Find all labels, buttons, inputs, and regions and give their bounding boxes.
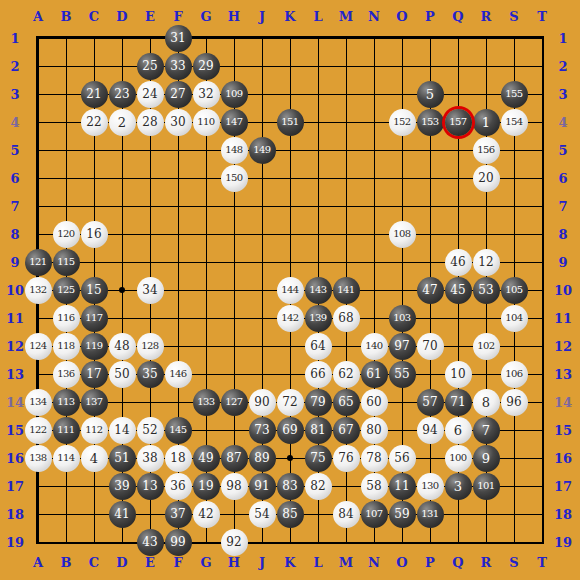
stone-L11-move-139: 139 bbox=[305, 305, 332, 332]
stone-G17-move-19: 19 bbox=[193, 473, 220, 500]
move-number: 144 bbox=[281, 285, 298, 295]
stone-A12-move-124: 124 bbox=[25, 333, 52, 360]
col-label-top-M: M bbox=[339, 9, 353, 24]
stone-H19-move-92: 92 bbox=[221, 529, 248, 556]
row-label-left-9: 9 bbox=[10, 255, 19, 270]
stone-H4-move-147: 147 bbox=[221, 109, 248, 136]
move-number: 85 bbox=[282, 508, 297, 520]
stone-H16-move-87: 87 bbox=[221, 445, 248, 472]
stone-N18-move-107: 107 bbox=[361, 501, 388, 528]
row-label-right-3: 3 bbox=[558, 87, 567, 102]
row-label-left-1: 1 bbox=[10, 31, 19, 46]
stone-P18-move-131: 131 bbox=[417, 501, 444, 528]
move-number: 49 bbox=[198, 452, 213, 464]
stone-G14-move-133: 133 bbox=[193, 389, 220, 416]
move-number: 47 bbox=[422, 284, 437, 296]
stone-P15-move-94: 94 bbox=[417, 417, 444, 444]
stone-A14-move-134: 134 bbox=[25, 389, 52, 416]
row-label-left-3: 3 bbox=[10, 87, 19, 102]
move-number: 151 bbox=[281, 117, 298, 127]
stone-N14-move-60: 60 bbox=[361, 389, 388, 416]
move-number: 16 bbox=[86, 228, 101, 240]
stone-G3-move-32: 32 bbox=[193, 81, 220, 108]
row-label-right-8: 8 bbox=[558, 227, 567, 242]
move-number: 109 bbox=[225, 89, 242, 99]
move-number: 153 bbox=[421, 117, 438, 127]
stone-L17-move-82: 82 bbox=[305, 473, 332, 500]
move-number: 98 bbox=[226, 480, 241, 492]
stone-H3-move-109: 109 bbox=[221, 81, 248, 108]
move-number: 20 bbox=[478, 172, 493, 184]
stone-F19-move-99: 99 bbox=[165, 529, 192, 556]
stone-Q16-move-100: 100 bbox=[445, 445, 472, 472]
go-board-diagram: 1234567891011121314151617181920212223242… bbox=[0, 0, 580, 580]
row-label-left-19: 19 bbox=[6, 535, 24, 550]
stone-O8-move-108: 108 bbox=[389, 221, 416, 248]
row-label-left-6: 6 bbox=[10, 171, 19, 186]
col-label-top-K: K bbox=[284, 9, 295, 24]
stone-R5-move-156: 156 bbox=[473, 137, 500, 164]
row-label-left-7: 7 bbox=[10, 199, 19, 214]
row-label-left-13: 13 bbox=[6, 367, 24, 382]
move-number: 106 bbox=[505, 369, 522, 379]
stone-O11-move-103: 103 bbox=[389, 305, 416, 332]
stone-L12-move-64: 64 bbox=[305, 333, 332, 360]
stone-J15-move-73: 73 bbox=[249, 417, 276, 444]
col-label-bottom-H: H bbox=[228, 555, 240, 570]
move-number: 24 bbox=[142, 88, 157, 100]
stone-H14-move-127: 127 bbox=[221, 389, 248, 416]
move-number: 70 bbox=[422, 340, 437, 352]
move-number: 132 bbox=[29, 285, 46, 295]
stone-G2-move-29: 29 bbox=[193, 53, 220, 80]
col-label-top-A: A bbox=[33, 9, 43, 24]
stone-H6-move-150: 150 bbox=[221, 165, 248, 192]
move-number: 66 bbox=[310, 368, 325, 380]
row-label-right-19: 19 bbox=[554, 535, 572, 550]
row-label-left-2: 2 bbox=[10, 59, 19, 74]
stone-C11-move-117: 117 bbox=[81, 305, 108, 332]
stone-G18-move-42: 42 bbox=[193, 501, 220, 528]
move-number: 157 bbox=[449, 117, 466, 127]
stone-S4-move-154: 154 bbox=[501, 109, 528, 136]
stone-F18-move-37: 37 bbox=[165, 501, 192, 528]
move-number: 148 bbox=[225, 145, 242, 155]
move-number: 150 bbox=[225, 173, 242, 183]
move-number: 137 bbox=[85, 397, 102, 407]
col-label-top-F: F bbox=[173, 9, 182, 24]
move-number: 9 bbox=[482, 452, 490, 465]
move-number: 76 bbox=[338, 452, 353, 464]
stone-Q14-move-71: 71 bbox=[445, 389, 472, 416]
stone-N16-move-78: 78 bbox=[361, 445, 388, 472]
stone-D15-move-14: 14 bbox=[109, 417, 136, 444]
move-number: 22 bbox=[86, 116, 101, 128]
col-label-bottom-M: M bbox=[339, 555, 353, 570]
stone-Q4-move-157: 157 bbox=[445, 109, 472, 136]
move-number: 125 bbox=[57, 285, 74, 295]
stone-K10-move-144: 144 bbox=[277, 277, 304, 304]
col-label-bottom-Q: Q bbox=[452, 555, 463, 570]
stone-B13-move-136: 136 bbox=[53, 361, 80, 388]
move-number: 105 bbox=[505, 285, 522, 295]
move-number: 32 bbox=[198, 88, 213, 100]
stone-P12-move-70: 70 bbox=[417, 333, 444, 360]
move-number: 142 bbox=[281, 313, 298, 323]
col-label-bottom-A: A bbox=[33, 555, 43, 570]
stone-Q17-move-3: 3 bbox=[445, 473, 472, 500]
row-label-right-11: 11 bbox=[554, 311, 572, 326]
stone-D4-move-2: 2 bbox=[109, 109, 136, 136]
move-number: 82 bbox=[310, 480, 325, 492]
col-label-top-B: B bbox=[61, 9, 72, 24]
stone-O16-move-56: 56 bbox=[389, 445, 416, 472]
col-label-top-N: N bbox=[368, 9, 380, 24]
move-number: 103 bbox=[393, 313, 410, 323]
stone-M16-move-76: 76 bbox=[333, 445, 360, 472]
stone-E12-move-128: 128 bbox=[137, 333, 164, 360]
stone-F17-move-36: 36 bbox=[165, 473, 192, 500]
move-number: 14 bbox=[114, 424, 129, 436]
stone-A15-move-122: 122 bbox=[25, 417, 52, 444]
row-label-left-17: 17 bbox=[6, 479, 24, 494]
stone-R12-move-102: 102 bbox=[473, 333, 500, 360]
stone-L15-move-81: 81 bbox=[305, 417, 332, 444]
stone-M10-move-141: 141 bbox=[333, 277, 360, 304]
move-number: 112 bbox=[85, 425, 102, 435]
stone-K14-move-72: 72 bbox=[277, 389, 304, 416]
stone-N13-move-61: 61 bbox=[361, 361, 388, 388]
row-label-right-16: 16 bbox=[554, 451, 572, 466]
stone-R6-move-20: 20 bbox=[473, 165, 500, 192]
move-number: 94 bbox=[422, 424, 437, 436]
stone-D17-move-39: 39 bbox=[109, 473, 136, 500]
stone-G16-move-49: 49 bbox=[193, 445, 220, 472]
stone-E4-move-28: 28 bbox=[137, 109, 164, 136]
move-number: 73 bbox=[254, 424, 269, 436]
move-number: 134 bbox=[29, 397, 46, 407]
stone-M13-move-62: 62 bbox=[333, 361, 360, 388]
row-label-right-5: 5 bbox=[558, 143, 567, 158]
col-label-bottom-P: P bbox=[425, 555, 435, 570]
stone-E3-move-24: 24 bbox=[137, 81, 164, 108]
go-board[interactable]: 1234567891011121314151617181920212223242… bbox=[24, 24, 556, 556]
stone-A10-move-132: 132 bbox=[25, 277, 52, 304]
move-number: 31 bbox=[170, 32, 185, 44]
move-number: 156 bbox=[477, 145, 494, 155]
move-number: 65 bbox=[338, 396, 353, 408]
move-number: 99 bbox=[170, 536, 185, 548]
col-label-top-S: S bbox=[509, 9, 518, 24]
col-label-bottom-S: S bbox=[509, 555, 518, 570]
row-label-right-14: 14 bbox=[554, 395, 572, 410]
move-number: 37 bbox=[170, 508, 185, 520]
stone-S3-move-155: 155 bbox=[501, 81, 528, 108]
stone-B14-move-113: 113 bbox=[53, 389, 80, 416]
row-label-right-2: 2 bbox=[558, 59, 567, 74]
move-number: 48 bbox=[114, 340, 129, 352]
col-label-top-L: L bbox=[313, 9, 322, 24]
row-label-right-7: 7 bbox=[558, 199, 567, 214]
move-number: 39 bbox=[114, 480, 129, 492]
stone-B15-move-111: 111 bbox=[53, 417, 80, 444]
move-number: 2 bbox=[118, 116, 126, 129]
stone-B9-move-115: 115 bbox=[53, 249, 80, 276]
col-label-bottom-D: D bbox=[116, 555, 127, 570]
col-label-top-J: J bbox=[259, 9, 265, 24]
move-number: 120 bbox=[57, 229, 74, 239]
stone-F2-move-33: 33 bbox=[165, 53, 192, 80]
move-number: 127 bbox=[225, 397, 242, 407]
stone-F1-move-31: 31 bbox=[165, 25, 192, 52]
move-number: 136 bbox=[57, 369, 74, 379]
move-number: 155 bbox=[505, 89, 522, 99]
move-number: 56 bbox=[394, 452, 409, 464]
col-label-top-Q: Q bbox=[452, 9, 463, 24]
move-number: 139 bbox=[309, 313, 326, 323]
move-number: 149 bbox=[253, 145, 270, 155]
row-label-left-10: 10 bbox=[6, 283, 24, 298]
move-number: 68 bbox=[338, 312, 353, 324]
move-number: 83 bbox=[282, 480, 297, 492]
stone-E17-move-13: 13 bbox=[137, 473, 164, 500]
move-number: 92 bbox=[226, 536, 241, 548]
stone-E16-move-38: 38 bbox=[137, 445, 164, 472]
row-label-left-4: 4 bbox=[10, 115, 19, 130]
move-number: 41 bbox=[114, 508, 129, 520]
move-number: 124 bbox=[29, 341, 46, 351]
stone-S11-move-104: 104 bbox=[501, 305, 528, 332]
move-number: 38 bbox=[142, 452, 157, 464]
stone-K11-move-142: 142 bbox=[277, 305, 304, 332]
stone-E10-move-34: 34 bbox=[137, 277, 164, 304]
move-number: 17 bbox=[86, 368, 101, 380]
col-label-top-C: C bbox=[89, 9, 99, 24]
stone-C10-move-15: 15 bbox=[81, 277, 108, 304]
stone-P10-move-47: 47 bbox=[417, 277, 444, 304]
move-number: 115 bbox=[57, 257, 74, 267]
row-label-left-14: 14 bbox=[6, 395, 24, 410]
stone-B12-move-118: 118 bbox=[53, 333, 80, 360]
stone-B11-move-116: 116 bbox=[53, 305, 80, 332]
move-number: 128 bbox=[141, 341, 158, 351]
col-label-bottom-R: R bbox=[481, 555, 492, 570]
move-number: 114 bbox=[57, 453, 74, 463]
move-number: 80 bbox=[366, 424, 381, 436]
stone-R16-move-9: 9 bbox=[473, 445, 500, 472]
move-number: 122 bbox=[29, 425, 46, 435]
row-label-left-18: 18 bbox=[6, 507, 24, 522]
stone-E15-move-52: 52 bbox=[137, 417, 164, 444]
stone-K17-move-83: 83 bbox=[277, 473, 304, 500]
move-number: 45 bbox=[450, 284, 465, 296]
move-number: 12 bbox=[478, 256, 493, 268]
row-label-right-9: 9 bbox=[558, 255, 567, 270]
stone-E19-move-43: 43 bbox=[137, 529, 164, 556]
move-number: 131 bbox=[421, 509, 438, 519]
stone-S13-move-106: 106 bbox=[501, 361, 528, 388]
move-number: 75 bbox=[310, 452, 325, 464]
move-number: 55 bbox=[394, 368, 409, 380]
move-number: 4 bbox=[90, 452, 98, 465]
move-number: 8 bbox=[482, 396, 490, 409]
stone-J14-move-90: 90 bbox=[249, 389, 276, 416]
move-number: 97 bbox=[394, 340, 409, 352]
row-label-right-10: 10 bbox=[554, 283, 572, 298]
stone-Q9-move-46: 46 bbox=[445, 249, 472, 276]
col-label-bottom-T: T bbox=[537, 555, 547, 570]
move-number: 84 bbox=[338, 508, 353, 520]
stone-B10-move-125: 125 bbox=[53, 277, 80, 304]
stone-O17-move-11: 11 bbox=[389, 473, 416, 500]
move-number: 140 bbox=[365, 341, 382, 351]
move-number: 46 bbox=[450, 256, 465, 268]
move-number: 108 bbox=[393, 229, 410, 239]
move-number: 116 bbox=[57, 313, 74, 323]
stone-N17-move-58: 58 bbox=[361, 473, 388, 500]
col-label-top-O: O bbox=[396, 9, 407, 24]
move-number: 90 bbox=[254, 396, 269, 408]
row-label-right-15: 15 bbox=[554, 423, 572, 438]
stone-H5-move-148: 148 bbox=[221, 137, 248, 164]
stone-P3-move-5: 5 bbox=[417, 81, 444, 108]
stone-C15-move-112: 112 bbox=[81, 417, 108, 444]
move-number: 110 bbox=[197, 117, 214, 127]
move-number: 18 bbox=[170, 452, 185, 464]
move-number: 7 bbox=[482, 424, 490, 437]
col-label-top-R: R bbox=[481, 9, 492, 24]
stone-R17-move-101: 101 bbox=[473, 473, 500, 500]
row-label-right-18: 18 bbox=[554, 507, 572, 522]
move-number: 51 bbox=[114, 452, 129, 464]
stone-M15-move-67: 67 bbox=[333, 417, 360, 444]
move-number: 52 bbox=[142, 424, 157, 436]
move-number: 42 bbox=[198, 508, 213, 520]
stone-K15-move-69: 69 bbox=[277, 417, 304, 444]
stone-S10-move-105: 105 bbox=[501, 277, 528, 304]
move-number: 67 bbox=[338, 424, 353, 436]
move-number: 19 bbox=[198, 480, 213, 492]
move-number: 61 bbox=[366, 368, 381, 380]
move-number: 43 bbox=[142, 536, 157, 548]
stone-D16-move-51: 51 bbox=[109, 445, 136, 472]
stone-D12-move-48: 48 bbox=[109, 333, 136, 360]
stone-S14-move-96: 96 bbox=[501, 389, 528, 416]
stone-Q15-move-6: 6 bbox=[445, 417, 472, 444]
row-label-right-12: 12 bbox=[554, 339, 572, 354]
row-label-right-6: 6 bbox=[558, 171, 567, 186]
stone-R4-move-1: 1 bbox=[473, 109, 500, 136]
stone-R9-move-12: 12 bbox=[473, 249, 500, 276]
move-number: 30 bbox=[170, 116, 185, 128]
stone-L14-move-79: 79 bbox=[305, 389, 332, 416]
move-number: 113 bbox=[57, 397, 74, 407]
row-label-right-1: 1 bbox=[558, 31, 567, 46]
row-label-left-16: 16 bbox=[6, 451, 24, 466]
stone-P17-move-130: 130 bbox=[417, 473, 444, 500]
move-number: 21 bbox=[86, 88, 101, 100]
move-number: 79 bbox=[310, 396, 325, 408]
col-label-top-P: P bbox=[425, 9, 435, 24]
move-number: 78 bbox=[366, 452, 381, 464]
stone-C12-move-119: 119 bbox=[81, 333, 108, 360]
stone-F16-move-18: 18 bbox=[165, 445, 192, 472]
move-number: 5 bbox=[426, 88, 434, 101]
col-label-top-G: G bbox=[200, 9, 211, 24]
move-number: 87 bbox=[226, 452, 241, 464]
move-number: 54 bbox=[254, 508, 269, 520]
stone-B8-move-120: 120 bbox=[53, 221, 80, 248]
row-label-left-8: 8 bbox=[10, 227, 19, 242]
stone-M18-move-84: 84 bbox=[333, 501, 360, 528]
move-number: 11 bbox=[394, 480, 409, 492]
stone-L10-move-143: 143 bbox=[305, 277, 332, 304]
move-number: 147 bbox=[225, 117, 242, 127]
col-label-bottom-O: O bbox=[396, 555, 407, 570]
move-number: 15 bbox=[86, 284, 101, 296]
move-number: 60 bbox=[366, 396, 381, 408]
row-label-left-11: 11 bbox=[6, 311, 24, 326]
move-number: 34 bbox=[142, 284, 157, 296]
move-number: 33 bbox=[170, 60, 185, 72]
move-number: 35 bbox=[142, 368, 157, 380]
col-label-bottom-K: K bbox=[284, 555, 295, 570]
move-number: 89 bbox=[254, 452, 269, 464]
move-number: 36 bbox=[170, 480, 185, 492]
stone-F4-move-30: 30 bbox=[165, 109, 192, 136]
stone-C8-move-16: 16 bbox=[81, 221, 108, 248]
col-label-top-E: E bbox=[145, 9, 155, 24]
move-number: 102 bbox=[477, 341, 494, 351]
move-number: 1 bbox=[482, 116, 490, 129]
move-number: 28 bbox=[142, 116, 157, 128]
move-number: 57 bbox=[422, 396, 437, 408]
move-number: 3 bbox=[454, 480, 462, 493]
stone-Q10-move-45: 45 bbox=[445, 277, 472, 304]
stone-F13-move-146: 146 bbox=[165, 361, 192, 388]
stone-G4-move-110: 110 bbox=[193, 109, 220, 136]
move-number: 143 bbox=[309, 285, 326, 295]
stone-P14-move-57: 57 bbox=[417, 389, 444, 416]
move-number: 27 bbox=[170, 88, 185, 100]
col-label-bottom-F: F bbox=[173, 555, 182, 570]
move-number: 71 bbox=[450, 396, 465, 408]
move-number: 25 bbox=[142, 60, 157, 72]
move-number: 121 bbox=[29, 257, 46, 267]
stone-O13-move-55: 55 bbox=[389, 361, 416, 388]
move-number: 111 bbox=[57, 425, 74, 435]
row-label-right-4: 4 bbox=[558, 115, 567, 130]
move-number: 59 bbox=[394, 508, 409, 520]
stone-J5-move-149: 149 bbox=[249, 137, 276, 164]
move-number: 107 bbox=[365, 509, 382, 519]
col-label-bottom-L: L bbox=[313, 555, 322, 570]
col-label-top-T: T bbox=[537, 9, 547, 24]
stone-F3-move-27: 27 bbox=[165, 81, 192, 108]
move-number: 62 bbox=[338, 368, 353, 380]
row-label-left-5: 5 bbox=[10, 143, 19, 158]
col-label-bottom-J: J bbox=[259, 555, 265, 570]
stone-C13-move-17: 17 bbox=[81, 361, 108, 388]
stone-O18-move-59: 59 bbox=[389, 501, 416, 528]
move-number: 138 bbox=[29, 453, 46, 463]
stone-C16-move-4: 4 bbox=[81, 445, 108, 472]
row-label-left-12: 12 bbox=[6, 339, 24, 354]
move-number: 146 bbox=[169, 369, 186, 379]
stone-B16-move-114: 114 bbox=[53, 445, 80, 472]
stone-A9-move-121: 121 bbox=[25, 249, 52, 276]
move-number: 64 bbox=[310, 340, 325, 352]
